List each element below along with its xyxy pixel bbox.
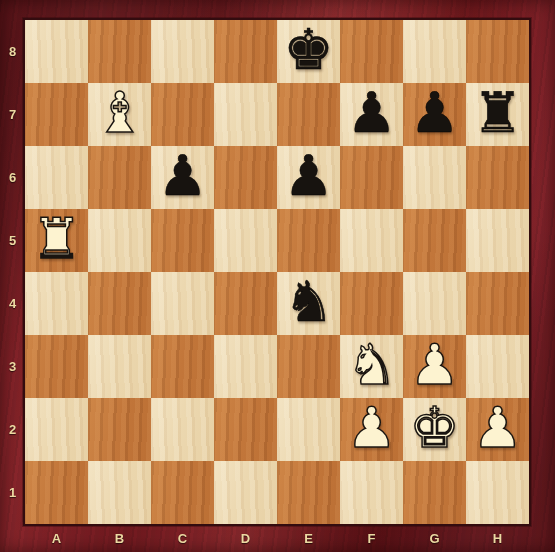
square-a5[interactable]: ♜ [25, 209, 88, 272]
chess-diagram: 87654321 ABCDEFGH ♚♝♟♟♜♟♟♜♞♞♟♟♚♟ [0, 0, 555, 552]
black-rook[interactable]: ♜ [472, 85, 522, 141]
square-g8[interactable] [403, 20, 466, 83]
square-f2[interactable]: ♟ [340, 398, 403, 461]
white-rook[interactable]: ♜ [31, 211, 81, 267]
square-c8[interactable] [151, 20, 214, 83]
square-h2[interactable]: ♟ [466, 398, 529, 461]
square-e5[interactable] [277, 209, 340, 272]
square-b8[interactable] [88, 20, 151, 83]
black-knight[interactable]: ♞ [283, 274, 333, 330]
square-h6[interactable] [466, 146, 529, 209]
square-c5[interactable] [151, 209, 214, 272]
square-h3[interactable] [466, 335, 529, 398]
square-e4[interactable]: ♞ [277, 272, 340, 335]
square-b7[interactable]: ♝ [88, 83, 151, 146]
file-label-d: D [214, 524, 277, 552]
square-g7[interactable]: ♟ [403, 83, 466, 146]
black-king[interactable]: ♚ [283, 22, 333, 78]
square-b5[interactable] [88, 209, 151, 272]
square-b6[interactable] [88, 146, 151, 209]
square-f8[interactable] [340, 20, 403, 83]
square-h1[interactable] [466, 461, 529, 524]
file-label-h: H [466, 524, 529, 552]
square-b1[interactable] [88, 461, 151, 524]
rank-label-6: 6 [0, 146, 25, 209]
square-a3[interactable] [25, 335, 88, 398]
file-label-e: E [277, 524, 340, 552]
white-pawn[interactable]: ♟ [472, 400, 522, 456]
rank-label-2: 2 [0, 398, 25, 461]
square-e8[interactable]: ♚ [277, 20, 340, 83]
file-labels: ABCDEFGH [25, 524, 529, 552]
square-g5[interactable] [403, 209, 466, 272]
square-h5[interactable] [466, 209, 529, 272]
square-f5[interactable] [340, 209, 403, 272]
white-pawn[interactable]: ♟ [409, 337, 459, 393]
file-label-b: B [88, 524, 151, 552]
square-c2[interactable] [151, 398, 214, 461]
square-b4[interactable] [88, 272, 151, 335]
square-f7[interactable]: ♟ [340, 83, 403, 146]
square-c6[interactable]: ♟ [151, 146, 214, 209]
square-d8[interactable] [214, 20, 277, 83]
square-h8[interactable] [466, 20, 529, 83]
rank-label-3: 3 [0, 335, 25, 398]
black-pawn[interactable]: ♟ [283, 148, 333, 204]
file-label-g: G [403, 524, 466, 552]
square-e3[interactable] [277, 335, 340, 398]
black-pawn[interactable]: ♟ [409, 85, 459, 141]
rank-label-5: 5 [0, 209, 25, 272]
square-d7[interactable] [214, 83, 277, 146]
square-e6[interactable]: ♟ [277, 146, 340, 209]
black-pawn[interactable]: ♟ [157, 148, 207, 204]
file-label-a: A [25, 524, 88, 552]
square-h4[interactable] [466, 272, 529, 335]
square-a4[interactable] [25, 272, 88, 335]
square-b3[interactable] [88, 335, 151, 398]
square-a2[interactable] [25, 398, 88, 461]
square-a6[interactable] [25, 146, 88, 209]
rank-label-1: 1 [0, 461, 25, 524]
square-b2[interactable] [88, 398, 151, 461]
white-knight[interactable]: ♞ [346, 337, 396, 393]
square-g1[interactable] [403, 461, 466, 524]
square-c4[interactable] [151, 272, 214, 335]
square-g6[interactable] [403, 146, 466, 209]
square-f6[interactable] [340, 146, 403, 209]
square-g2[interactable]: ♚ [403, 398, 466, 461]
black-pawn[interactable]: ♟ [346, 85, 396, 141]
square-a1[interactable] [25, 461, 88, 524]
square-e7[interactable] [277, 83, 340, 146]
square-d6[interactable] [214, 146, 277, 209]
rank-label-8: 8 [0, 20, 25, 83]
square-c1[interactable] [151, 461, 214, 524]
square-h7[interactable]: ♜ [466, 83, 529, 146]
white-pawn[interactable]: ♟ [346, 400, 396, 456]
square-d2[interactable] [214, 398, 277, 461]
square-a7[interactable] [25, 83, 88, 146]
square-d3[interactable] [214, 335, 277, 398]
square-e1[interactable] [277, 461, 340, 524]
square-f1[interactable] [340, 461, 403, 524]
file-label-c: C [151, 524, 214, 552]
rank-label-4: 4 [0, 272, 25, 335]
square-d4[interactable] [214, 272, 277, 335]
square-e2[interactable] [277, 398, 340, 461]
square-f3[interactable]: ♞ [340, 335, 403, 398]
square-c3[interactable] [151, 335, 214, 398]
square-d1[interactable] [214, 461, 277, 524]
square-g3[interactable]: ♟ [403, 335, 466, 398]
white-king[interactable]: ♚ [409, 400, 459, 456]
square-c7[interactable] [151, 83, 214, 146]
rank-label-7: 7 [0, 83, 25, 146]
square-g4[interactable] [403, 272, 466, 335]
chess-board: ♚♝♟♟♜♟♟♜♞♞♟♟♚♟ [25, 20, 529, 524]
white-bishop[interactable]: ♝ [94, 85, 144, 141]
square-a8[interactable] [25, 20, 88, 83]
rank-labels: 87654321 [0, 20, 25, 524]
file-label-f: F [340, 524, 403, 552]
square-f4[interactable] [340, 272, 403, 335]
square-d5[interactable] [214, 209, 277, 272]
